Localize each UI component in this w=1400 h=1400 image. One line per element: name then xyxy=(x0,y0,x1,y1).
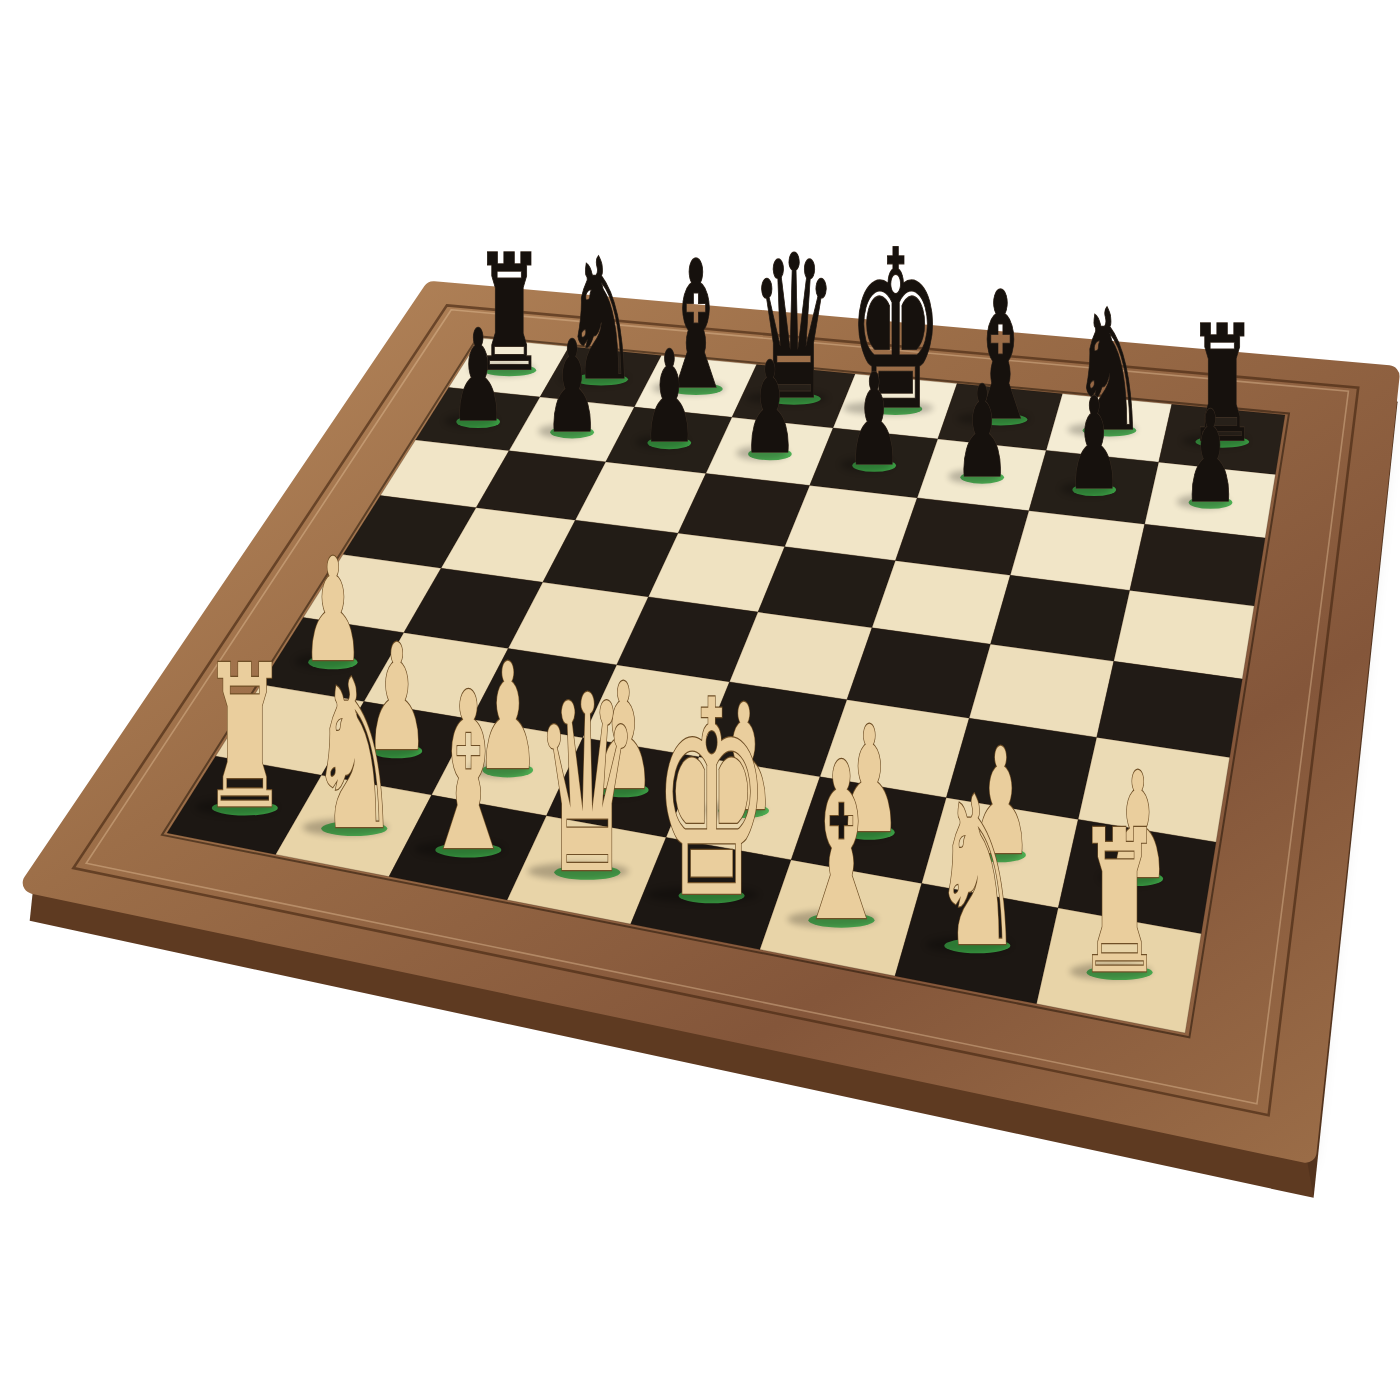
black-pawn-glyph: ♟ xyxy=(742,335,797,481)
piece-black-pawn-c7[interactable]: ♟ xyxy=(636,324,697,470)
white-knight-glyph: ♞ xyxy=(933,753,1022,992)
black-pawn-glyph: ♟ xyxy=(545,313,600,459)
piece-white-knight-g1[interactable]: ♞ xyxy=(926,753,1022,992)
black-pawn-glyph: ♟ xyxy=(1067,371,1122,517)
black-pawn-glyph: ♟ xyxy=(955,359,1010,505)
piece-black-pawn-h7[interactable]: ♟ xyxy=(1177,384,1238,530)
chessboard: ♜♞♝♛♚♝♞♜♟♟♟♟♟♟♟♟♟♟♟♟♟♟♟♟♜♞♝♛♚♝♞♜ xyxy=(0,0,1400,1400)
piece-black-pawn-g7[interactable]: ♟ xyxy=(1060,371,1121,517)
piece-black-pawn-f7[interactable]: ♟ xyxy=(948,359,1009,505)
white-bishop-glyph: ♝ xyxy=(794,716,888,969)
piece-white-king-e1[interactable]: ♚ xyxy=(647,643,770,958)
white-rook-glyph: ♜ xyxy=(1077,787,1162,1018)
black-pawn-glyph: ♟ xyxy=(847,347,902,493)
piece-white-knight-b1[interactable]: ♞ xyxy=(303,635,399,874)
piece-white-queen-d1[interactable]: ♛ xyxy=(528,644,640,928)
black-pawn-glyph: ♟ xyxy=(451,303,506,449)
black-pawn-glyph: ♟ xyxy=(642,324,697,470)
black-pawn-glyph: ♟ xyxy=(1183,384,1238,530)
chess-set-photo: ♜♞♝♛♚♝♞♜♟♟♟♟♟♟♟♟♟♟♟♟♟♟♟♟♜♞♝♛♚♝♞♜ Hand-ca… xyxy=(0,0,1400,1400)
white-bishop-glyph: ♝ xyxy=(421,646,515,899)
white-king-glyph: ♚ xyxy=(653,643,770,958)
white-queen-glyph: ♛ xyxy=(534,644,640,928)
piece-black-pawn-d7[interactable]: ♟ xyxy=(736,335,797,481)
piece-black-pawn-b7[interactable]: ♟ xyxy=(538,313,599,459)
piece-white-rook-h1[interactable]: ♜ xyxy=(1070,787,1163,1018)
piece-white-bishop-c1[interactable]: ♝ xyxy=(414,646,515,899)
white-rook-glyph: ♜ xyxy=(202,623,287,854)
piece-black-pawn-a7[interactable]: ♟ xyxy=(444,303,505,449)
piece-white-bishop-f1[interactable]: ♝ xyxy=(787,716,888,969)
piece-black-pawn-e7[interactable]: ♟ xyxy=(840,347,901,493)
piece-white-rook-a1[interactable]: ♜ xyxy=(195,623,288,854)
white-knight-glyph: ♞ xyxy=(310,635,399,874)
